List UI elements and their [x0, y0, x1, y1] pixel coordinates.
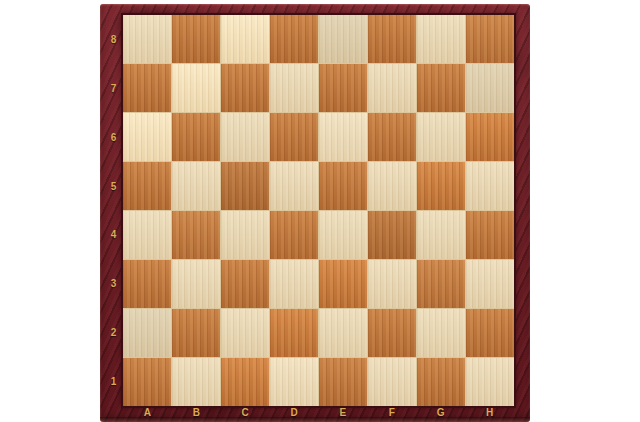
- page-background: 87654321 ABCDEFGH: [0, 0, 640, 422]
- square-f6[interactable]: [368, 113, 416, 161]
- square-d7[interactable]: [270, 64, 318, 112]
- file-label-g: G: [416, 406, 465, 419]
- square-c2[interactable]: [221, 309, 269, 357]
- square-d6[interactable]: [270, 113, 318, 161]
- square-a7[interactable]: [123, 64, 171, 112]
- square-g7[interactable]: [417, 64, 465, 112]
- square-d5[interactable]: [270, 162, 318, 210]
- square-b2[interactable]: [172, 309, 220, 357]
- square-g4[interactable]: [417, 211, 465, 259]
- rank-label-7: 7: [100, 64, 123, 113]
- square-h1[interactable]: [466, 358, 514, 406]
- square-g2[interactable]: [417, 309, 465, 357]
- square-e6[interactable]: [319, 113, 367, 161]
- square-c3[interactable]: [221, 260, 269, 308]
- square-c1[interactable]: [221, 358, 269, 406]
- square-b5[interactable]: [172, 162, 220, 210]
- square-f1[interactable]: [368, 358, 416, 406]
- square-e4[interactable]: [319, 211, 367, 259]
- rank-label-5: 5: [100, 162, 123, 211]
- square-f3[interactable]: [368, 260, 416, 308]
- square-h8[interactable]: [466, 15, 514, 63]
- square-f5[interactable]: [368, 162, 416, 210]
- square-a4[interactable]: [123, 211, 171, 259]
- file-label-e: E: [319, 406, 368, 419]
- square-d2[interactable]: [270, 309, 318, 357]
- rank-label-6: 6: [100, 113, 123, 162]
- square-h4[interactable]: [466, 211, 514, 259]
- square-a3[interactable]: [123, 260, 171, 308]
- file-label-d: D: [270, 406, 319, 419]
- square-g1[interactable]: [417, 358, 465, 406]
- square-b7[interactable]: [172, 64, 220, 112]
- square-d8[interactable]: [270, 15, 318, 63]
- rank-label-1: 1: [100, 357, 123, 406]
- square-e2[interactable]: [319, 309, 367, 357]
- square-h3[interactable]: [466, 260, 514, 308]
- square-c5[interactable]: [221, 162, 269, 210]
- square-d4[interactable]: [270, 211, 318, 259]
- rank-label-2: 2: [100, 308, 123, 357]
- file-labels: ABCDEFGH: [123, 406, 514, 419]
- square-a6[interactable]: [123, 113, 171, 161]
- square-b8[interactable]: [172, 15, 220, 63]
- square-e1[interactable]: [319, 358, 367, 406]
- file-label-h: H: [465, 406, 514, 419]
- square-a5[interactable]: [123, 162, 171, 210]
- board-frame: 87654321 ABCDEFGH: [100, 4, 530, 422]
- square-d1[interactable]: [270, 358, 318, 406]
- square-f2[interactable]: [368, 309, 416, 357]
- square-f8[interactable]: [368, 15, 416, 63]
- square-b4[interactable]: [172, 211, 220, 259]
- rank-labels: 87654321: [100, 15, 123, 406]
- square-d3[interactable]: [270, 260, 318, 308]
- file-label-f: F: [367, 406, 416, 419]
- square-a8[interactable]: [123, 15, 171, 63]
- square-e8[interactable]: [319, 15, 367, 63]
- square-h5[interactable]: [466, 162, 514, 210]
- square-a1[interactable]: [123, 358, 171, 406]
- file-label-a: A: [123, 406, 172, 419]
- square-e7[interactable]: [319, 64, 367, 112]
- chess-board: [123, 15, 514, 406]
- square-b1[interactable]: [172, 358, 220, 406]
- square-h7[interactable]: [466, 64, 514, 112]
- square-c8[interactable]: [221, 15, 269, 63]
- square-g8[interactable]: [417, 15, 465, 63]
- square-h6[interactable]: [466, 113, 514, 161]
- square-e5[interactable]: [319, 162, 367, 210]
- rank-label-3: 3: [100, 259, 123, 308]
- file-label-c: C: [221, 406, 270, 419]
- square-c4[interactable]: [221, 211, 269, 259]
- rank-label-4: 4: [100, 211, 123, 260]
- square-e3[interactable]: [319, 260, 367, 308]
- square-b3[interactable]: [172, 260, 220, 308]
- square-g3[interactable]: [417, 260, 465, 308]
- square-c6[interactable]: [221, 113, 269, 161]
- square-f7[interactable]: [368, 64, 416, 112]
- square-a2[interactable]: [123, 309, 171, 357]
- square-f4[interactable]: [368, 211, 416, 259]
- square-g6[interactable]: [417, 113, 465, 161]
- square-c7[interactable]: [221, 64, 269, 112]
- square-b6[interactable]: [172, 113, 220, 161]
- file-label-b: B: [172, 406, 221, 419]
- square-h2[interactable]: [466, 309, 514, 357]
- rank-label-8: 8: [100, 15, 123, 64]
- square-g5[interactable]: [417, 162, 465, 210]
